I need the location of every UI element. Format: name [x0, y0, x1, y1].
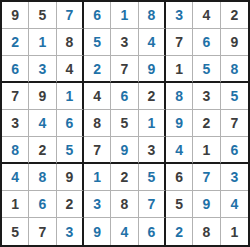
- cell-r8c7[interactable]: 5: [166, 191, 193, 218]
- cell-r3c5[interactable]: 7: [111, 56, 138, 83]
- cell-r5c9[interactable]: 7: [221, 110, 248, 137]
- cell-r1c5[interactable]: 1: [111, 2, 138, 29]
- cell-r1c8[interactable]: 4: [193, 2, 220, 29]
- cell-r1c2[interactable]: 5: [29, 2, 56, 29]
- cell-r2c7[interactable]: 7: [166, 29, 193, 56]
- cell-r7c9[interactable]: 3: [221, 164, 248, 191]
- cell-r5c8[interactable]: 2: [193, 110, 220, 137]
- cell-r9c1[interactable]: 5: [2, 218, 29, 245]
- cell-r9c2[interactable]: 7: [29, 218, 56, 245]
- cell-r6c1[interactable]: 8: [2, 137, 29, 164]
- cell-r8c1[interactable]: 1: [2, 191, 29, 218]
- cell-r9c6[interactable]: 6: [139, 218, 166, 245]
- cell-r5c1[interactable]: 3: [2, 110, 29, 137]
- cell-r4c9[interactable]: 5: [221, 83, 248, 110]
- cell-r1c3[interactable]: 7: [57, 2, 84, 29]
- cell-r7c8[interactable]: 7: [193, 164, 220, 191]
- cell-r9c5[interactable]: 4: [111, 218, 138, 245]
- cell-r3c1[interactable]: 6: [2, 56, 29, 83]
- cell-r4c1[interactable]: 7: [2, 83, 29, 110]
- sudoku-board: 9576183422185347696342791587914628353468…: [0, 0, 250, 247]
- cell-r4c8[interactable]: 3: [193, 83, 220, 110]
- cell-r3c2[interactable]: 3: [29, 56, 56, 83]
- cell-r4c3[interactable]: 1: [57, 83, 84, 110]
- cell-r5c3[interactable]: 6: [57, 110, 84, 137]
- cell-r8c4[interactable]: 3: [84, 191, 111, 218]
- cell-r9c3[interactable]: 3: [57, 218, 84, 245]
- cell-r6c9[interactable]: 6: [221, 137, 248, 164]
- cell-r2c1[interactable]: 2: [2, 29, 29, 56]
- cell-r6c2[interactable]: 2: [29, 137, 56, 164]
- cell-r3c4[interactable]: 2: [84, 56, 111, 83]
- cell-r2c2[interactable]: 1: [29, 29, 56, 56]
- cell-r9c9[interactable]: 1: [221, 218, 248, 245]
- cell-r1c4[interactable]: 6: [84, 2, 111, 29]
- cell-r1c7[interactable]: 3: [166, 2, 193, 29]
- cell-r3c9[interactable]: 8: [221, 56, 248, 83]
- cell-r8c2[interactable]: 6: [29, 191, 56, 218]
- cell-r6c3[interactable]: 5: [57, 137, 84, 164]
- cell-r5c2[interactable]: 4: [29, 110, 56, 137]
- cell-r3c7[interactable]: 1: [166, 56, 193, 83]
- cell-r5c4[interactable]: 8: [84, 110, 111, 137]
- cell-r5c5[interactable]: 5: [111, 110, 138, 137]
- cell-r7c6[interactable]: 5: [139, 164, 166, 191]
- cell-r9c4[interactable]: 9: [84, 218, 111, 245]
- cell-r4c7[interactable]: 8: [166, 83, 193, 110]
- cell-r2c4[interactable]: 5: [84, 29, 111, 56]
- cell-r4c2[interactable]: 9: [29, 83, 56, 110]
- cell-r8c3[interactable]: 2: [57, 191, 84, 218]
- cell-r7c4[interactable]: 1: [84, 164, 111, 191]
- cell-r4c5[interactable]: 6: [111, 83, 138, 110]
- cell-r2c3[interactable]: 8: [57, 29, 84, 56]
- cell-r1c1[interactable]: 9: [2, 2, 29, 29]
- cell-r8c9[interactable]: 4: [221, 191, 248, 218]
- cell-r7c1[interactable]: 4: [2, 164, 29, 191]
- cell-r9c7[interactable]: 2: [166, 218, 193, 245]
- cell-r1c9[interactable]: 2: [221, 2, 248, 29]
- cell-r6c5[interactable]: 9: [111, 137, 138, 164]
- cell-r5c7[interactable]: 9: [166, 110, 193, 137]
- cell-r9c8[interactable]: 8: [193, 218, 220, 245]
- cell-r1c6[interactable]: 8: [139, 2, 166, 29]
- cell-r8c5[interactable]: 8: [111, 191, 138, 218]
- cell-r3c3[interactable]: 4: [57, 56, 84, 83]
- cell-r5c6[interactable]: 1: [139, 110, 166, 137]
- cell-r8c6[interactable]: 7: [139, 191, 166, 218]
- cell-r7c2[interactable]: 8: [29, 164, 56, 191]
- cell-r6c4[interactable]: 7: [84, 137, 111, 164]
- cell-r7c7[interactable]: 6: [166, 164, 193, 191]
- cell-r7c5[interactable]: 2: [111, 164, 138, 191]
- cell-r8c8[interactable]: 9: [193, 191, 220, 218]
- cell-r2c6[interactable]: 4: [139, 29, 166, 56]
- cell-r4c4[interactable]: 4: [84, 83, 111, 110]
- cell-r2c5[interactable]: 3: [111, 29, 138, 56]
- cell-r6c6[interactable]: 3: [139, 137, 166, 164]
- cell-r6c7[interactable]: 4: [166, 137, 193, 164]
- cell-r3c6[interactable]: 9: [139, 56, 166, 83]
- cell-r6c8[interactable]: 1: [193, 137, 220, 164]
- cell-r2c8[interactable]: 6: [193, 29, 220, 56]
- cell-r4c6[interactable]: 2: [139, 83, 166, 110]
- cell-r3c8[interactable]: 5: [193, 56, 220, 83]
- cell-r2c9[interactable]: 9: [221, 29, 248, 56]
- cell-r7c3[interactable]: 9: [57, 164, 84, 191]
